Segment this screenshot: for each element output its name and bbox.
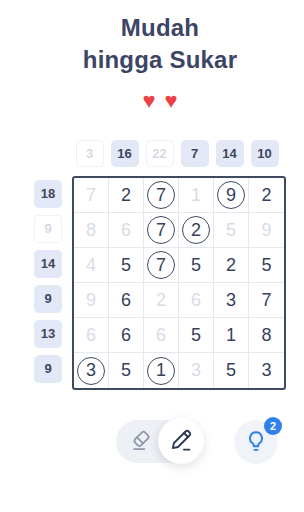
col-target-chip: 22 [146, 140, 174, 167]
toolbar: 2 [16, 420, 304, 468]
grid-cell[interactable]: 6 [109, 318, 144, 353]
app-screen: Mudah hingga Sukar ♥♥ 3162271410 1891491… [16, 0, 304, 512]
grid-cell[interactable]: 3 [74, 353, 109, 388]
grid-cell[interactable]: 6 [109, 283, 144, 318]
grid-cell[interactable]: 7 [144, 248, 179, 283]
grid-cell[interactable]: 3 [249, 353, 284, 388]
page-title-line1: Mudah [16, 12, 304, 44]
grid-cell[interactable]: 5 [179, 318, 214, 353]
grid-cell[interactable]: 9 [249, 213, 284, 248]
heart-icon: ♥ [165, 90, 178, 112]
page-title-line2: hingga Sukar [16, 44, 304, 76]
hint-count-badge: 2 [264, 417, 282, 435]
grid-cell[interactable]: 6 [74, 318, 109, 353]
row-target-chip: 9 [34, 215, 62, 243]
kept-circle: 9 [217, 181, 245, 209]
grid-cell[interactable]: 1 [179, 178, 214, 213]
kept-circle: 2 [182, 216, 210, 244]
col-target-chip: 10 [251, 140, 279, 167]
grid-cell[interactable]: 5 [179, 248, 214, 283]
grid-cell[interactable]: 5 [109, 353, 144, 388]
grid-cell[interactable]: 1 [214, 318, 249, 353]
grid-cell[interactable]: 2 [144, 283, 179, 318]
col-target-chip: 16 [111, 140, 139, 167]
row-target-chip: 9 [34, 355, 62, 383]
grid-cell[interactable]: 9 [74, 283, 109, 318]
tool-toggle [116, 420, 203, 463]
grid-cell[interactable]: 2 [249, 178, 284, 213]
grid-cell[interactable]: 6 [144, 318, 179, 353]
grid-cell[interactable]: 7 [144, 178, 179, 213]
grid-cell[interactable]: 7 [249, 283, 284, 318]
pencil-button[interactable] [158, 418, 204, 464]
eraser-icon [128, 427, 155, 457]
grid-cell[interactable]: 5 [214, 353, 249, 388]
col-target-chip: 14 [216, 140, 244, 167]
col-target-chip: 7 [181, 140, 209, 167]
grid-cell[interactable]: 7 [144, 213, 179, 248]
hint-button[interactable]: 2 [234, 420, 278, 464]
grid-cell[interactable]: 5 [214, 213, 249, 248]
grid-cell[interactable]: 9 [214, 178, 249, 213]
grid-cell[interactable]: 6 [109, 213, 144, 248]
kept-circle: 1 [147, 357, 175, 385]
grid-cell[interactable]: 7 [74, 178, 109, 213]
kept-circle: 7 [147, 181, 175, 209]
grid-cell[interactable]: 2 [109, 178, 144, 213]
row-target-chip: 13 [34, 320, 62, 348]
puzzle-grid: 727192867259457525962637666518351353 [72, 176, 286, 390]
board: 3162271410 189149139 7271928672594575259… [34, 140, 286, 390]
kept-circle: 7 [147, 216, 175, 244]
page-title: Mudah hingga Sukar [16, 12, 304, 76]
pencil-icon [167, 426, 195, 457]
grid-cell[interactable]: 8 [249, 318, 284, 353]
column-targets: 3162271410 [72, 140, 286, 167]
kept-circle: 3 [77, 357, 105, 385]
grid-cell[interactable]: 8 [74, 213, 109, 248]
lives: ♥♥ [16, 90, 304, 112]
row-target-chip: 9 [34, 285, 62, 313]
row-target-chip: 18 [34, 180, 62, 208]
row-target-chip: 14 [34, 250, 62, 278]
grid-cell[interactable]: 5 [109, 248, 144, 283]
grid-cell[interactable]: 3 [179, 353, 214, 388]
eraser-button[interactable] [124, 428, 158, 455]
heart-icon: ♥ [142, 90, 155, 112]
grid-cell[interactable]: 2 [214, 248, 249, 283]
grid-cell[interactable]: 2 [179, 213, 214, 248]
grid-cell[interactable]: 6 [179, 283, 214, 318]
kept-circle: 7 [147, 251, 175, 279]
col-target-chip: 3 [76, 140, 104, 167]
grid-cell[interactable]: 3 [214, 283, 249, 318]
grid-cell[interactable]: 1 [144, 353, 179, 388]
row-targets: 189149139 [34, 176, 62, 390]
grid-cell[interactable]: 4 [74, 248, 109, 283]
grid-cell[interactable]: 5 [249, 248, 284, 283]
